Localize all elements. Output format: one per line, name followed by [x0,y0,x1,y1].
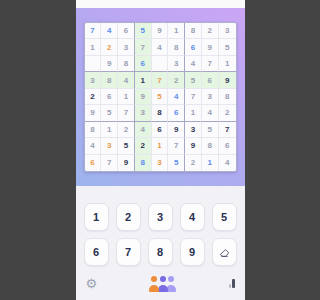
sudoku-cell-r1c8[interactable]: 2 [202,23,219,39]
sudoku-cell-r8c2[interactable]: 3 [101,138,118,154]
sudoku-cell-r6c5[interactable]: 8 [152,105,169,121]
numpad-4[interactable]: 4 [180,203,205,231]
sudoku-cell-r3c1[interactable] [85,56,102,72]
numpad-9[interactable]: 9 [180,238,205,266]
phone-screen: 7465918231237486959863471384172569261954… [76,0,245,300]
sudoku-cell-r2c2[interactable]: 2 [101,39,118,55]
numpad-8[interactable]: 8 [148,238,173,266]
sudoku-cell-r3c5[interactable] [152,56,169,72]
sudoku-cell-r4c6[interactable]: 2 [168,72,185,88]
sudoku-cell-r4c2[interactable]: 8 [101,72,118,88]
sudoku-cell-r6c8[interactable]: 4 [202,105,219,121]
sudoku-cell-r2c9[interactable]: 5 [219,39,236,55]
sudoku-cell-r4c8[interactable]: 6 [202,72,219,88]
stats-button[interactable] [229,278,235,288]
sudoku-cell-r9c9[interactable]: 4 [219,155,236,171]
sudoku-cell-r3c8[interactable]: 7 [202,56,219,72]
sudoku-cell-r5c9[interactable]: 8 [219,89,236,105]
sudoku-cell-r1c6[interactable]: 1 [168,23,185,39]
numpad-2[interactable]: 2 [116,203,141,231]
keypad-zone: 123456789 ⚙ [76,186,245,300]
sudoku-cell-r3c6[interactable]: 3 [168,56,185,72]
game-area: 7465918231237486959863471384172569261954… [76,8,245,186]
sudoku-cell-r7c7[interactable]: 3 [185,122,202,138]
sudoku-cell-r5c7[interactable]: 7 [185,89,202,105]
sudoku-cell-r1c4[interactable]: 5 [135,23,152,39]
sudoku-cell-r6c4[interactable]: 3 [135,105,152,121]
sudoku-cell-r5c1[interactable]: 2 [85,89,102,105]
sudoku-cell-r5c8[interactable]: 3 [202,89,219,105]
sudoku-cell-r8c1[interactable]: 4 [85,138,102,154]
sudoku-cell-r2c4[interactable]: 7 [135,39,152,55]
sudoku-cell-r3c3[interactable]: 8 [118,56,135,72]
sudoku-cell-r7c1[interactable]: 8 [85,122,102,138]
sudoku-board[interactable]: 7465918231237486959863471384172569261954… [84,22,237,172]
numpad-5[interactable]: 5 [212,203,237,231]
sudoku-cell-r9c6[interactable]: 5 [168,155,185,171]
sudoku-cell-r2c5[interactable]: 4 [152,39,169,55]
sudoku-cell-r1c2[interactable]: 4 [101,23,118,39]
sudoku-cell-r8c5[interactable]: 1 [152,138,169,154]
eraser-button[interactable] [212,238,237,266]
sudoku-cell-r4c5[interactable]: 7 [152,72,169,88]
sudoku-cell-r1c1[interactable]: 7 [85,23,102,39]
sudoku-cell-r4c1[interactable]: 3 [85,72,102,88]
stats-bar-icon [232,279,235,288]
sudoku-cell-r2c6[interactable]: 8 [168,39,185,55]
stats-bar-icon [229,284,231,288]
sudoku-cell-r3c4[interactable]: 6 [135,56,152,72]
sudoku-cell-r9c1[interactable]: 6 [85,155,102,171]
sudoku-cell-r2c8[interactable]: 9 [202,39,219,55]
sudoku-cell-r2c7[interactable]: 6 [185,39,202,55]
gear-icon: ⚙ [86,276,98,291]
sudoku-cell-r8c6[interactable]: 7 [168,138,185,154]
sudoku-cell-r7c2[interactable]: 1 [101,122,118,138]
sudoku-cell-r6c6[interactable]: 6 [168,105,185,121]
sudoku-cell-r6c3[interactable]: 7 [118,105,135,121]
players-button[interactable] [149,275,177,292]
person-icon [158,276,168,292]
sudoku-cell-r7c3[interactable]: 2 [118,122,135,138]
sudoku-cell-r6c7[interactable]: 1 [185,105,202,121]
sudoku-cell-r7c5[interactable]: 6 [152,122,169,138]
sudoku-cell-r3c7[interactable]: 4 [185,56,202,72]
settings-button[interactable]: ⚙ [86,277,98,290]
sudoku-cell-r7c9[interactable]: 7 [219,122,236,138]
sudoku-cell-r2c3[interactable]: 3 [118,39,135,55]
sudoku-cell-r4c4[interactable]: 1 [135,72,152,88]
sudoku-cell-r9c3[interactable]: 9 [118,155,135,171]
sudoku-cell-r8c7[interactable]: 9 [185,138,202,154]
sudoku-cell-r9c5[interactable]: 3 [152,155,169,171]
sudoku-cell-r3c2[interactable]: 9 [101,56,118,72]
sudoku-cell-r6c1[interactable]: 9 [85,105,102,121]
bottom-bar: ⚙ [76,270,245,296]
sudoku-cell-r2c1[interactable]: 1 [85,39,102,55]
sudoku-cell-r4c7[interactable]: 5 [185,72,202,88]
sudoku-cell-r5c5[interactable]: 5 [152,89,169,105]
numpad-7[interactable]: 7 [116,238,141,266]
sudoku-cell-r5c3[interactable]: 1 [118,89,135,105]
sudoku-cell-r7c8[interactable]: 5 [202,122,219,138]
person-icon [149,276,159,292]
numpad-1[interactable]: 1 [84,203,109,231]
sudoku-cell-r8c9[interactable]: 6 [219,138,236,154]
sudoku-cell-r8c4[interactable]: 2 [135,138,152,154]
sudoku-cell-r6c2[interactable]: 5 [101,105,118,121]
sudoku-cell-r7c4[interactable]: 4 [135,122,152,138]
sudoku-cell-r9c4[interactable]: 8 [135,155,152,171]
sudoku-cell-r5c4[interactable]: 9 [135,89,152,105]
status-bar [76,0,245,8]
sudoku-cell-r5c6[interactable]: 4 [168,89,185,105]
sudoku-cell-r4c3[interactable]: 4 [118,72,135,88]
sudoku-cell-r4c9[interactable]: 9 [219,72,236,88]
sudoku-cell-r1c5[interactable]: 9 [152,23,169,39]
number-pad: 123456789 [76,186,245,266]
numpad-6[interactable]: 6 [84,238,109,266]
sudoku-cell-r1c9[interactable]: 3 [219,23,236,39]
sudoku-cell-r1c7[interactable]: 8 [185,23,202,39]
sudoku-cell-r8c8[interactable]: 8 [202,138,219,154]
sudoku-cell-r8c3[interactable]: 5 [118,138,135,154]
sudoku-cell-r9c2[interactable]: 7 [101,155,118,171]
sudoku-cell-r3c9[interactable]: 1 [219,56,236,72]
sudoku-cell-r5c2[interactable]: 6 [101,89,118,105]
sudoku-cell-r6c9[interactable]: 2 [219,105,236,121]
sudoku-cell-r7c6[interactable]: 9 [168,122,185,138]
eraser-icon [218,246,231,259]
sudoku-cell-r9c7[interactable]: 2 [185,155,202,171]
numpad-3[interactable]: 3 [148,203,173,231]
sudoku-cell-r1c3[interactable]: 6 [118,23,135,39]
sudoku-cell-r9c8[interactable]: 1 [202,155,219,171]
